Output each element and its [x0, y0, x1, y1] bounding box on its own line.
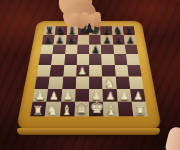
square-b3[interactable]	[48, 76, 63, 88]
square-e8[interactable]: ♚	[89, 26, 100, 35]
square-h5[interactable]	[126, 54, 140, 65]
piece-white-rook-a1[interactable]: ♜	[32, 104, 43, 117]
piece-white-pawn-a2[interactable]: ♟	[35, 91, 45, 102]
piece-white-knight-b1[interactable]: ♞	[46, 103, 58, 116]
piece-white-pawn-h2[interactable]: ♟	[134, 91, 144, 102]
square-f1[interactable]: ♝	[103, 102, 118, 116]
square-d4[interactable]: ♟	[76, 65, 89, 76]
piece-white-king-e1[interactable]: ♚	[89, 100, 104, 116]
piece-black-pawn-f7[interactable]: ♟	[103, 35, 111, 44]
square-g7[interactable]: ♟	[112, 35, 125, 44]
square-f3[interactable]: ♞	[102, 76, 116, 88]
piece-white-rook-h1[interactable]: ♜	[135, 104, 146, 117]
piece-white-queen-d1[interactable]: ♛	[75, 101, 89, 116]
piece-black-bishop-f8[interactable]: ♝	[102, 24, 111, 35]
square-d5[interactable]	[77, 54, 90, 65]
board-front-edge	[17, 128, 160, 135]
piece-white-bishop-f1[interactable]: ♝	[105, 103, 117, 116]
piece-black-pawn-a7[interactable]: ♟	[44, 35, 52, 44]
piece-white-knight-f3[interactable]: ♞	[104, 76, 115, 88]
piece-black-rook-a8[interactable]: ♜	[45, 25, 54, 35]
square-d8[interactable]: ♛	[78, 26, 89, 35]
square-e1[interactable]: ♚	[89, 102, 104, 116]
game-scene: ♜♞♝♛♚♝♞♜♟♟♟♟♟♟♟♟♞♟♟♟♟♟♟♟♜♞♝♛♚♝♜ ♟	[0, 0, 180, 150]
square-f7[interactable]: ♟	[101, 35, 113, 44]
piece-white-pawn-f2[interactable]: ♟	[105, 91, 115, 102]
piece-black-bishop-c8[interactable]: ♝	[67, 24, 76, 35]
square-h6[interactable]	[125, 44, 138, 54]
piece-black-rook-h8[interactable]: ♜	[125, 25, 134, 35]
square-b1[interactable]: ♞	[45, 102, 61, 116]
piece-black-pawn-h7[interactable]: ♟	[126, 35, 134, 44]
square-d7[interactable]	[77, 35, 89, 44]
square-f6[interactable]	[101, 44, 114, 54]
piece-white-pawn-d4[interactable]: ♟	[78, 66, 87, 76]
square-b7[interactable]: ♟	[54, 35, 67, 44]
chess-board: ♜♞♝♛♚♝♞♜♟♟♟♟♟♟♟♟♞♟♟♟♟♟♟♟♜♞♝♛♚♝♜	[16, 21, 162, 130]
board-wooden-frame: ♜♞♝♛♚♝♞♜♟♟♟♟♟♟♟♟♞♟♟♟♟♟♟♟♜♞♝♛♚♝♜	[16, 21, 162, 130]
square-c4[interactable]	[63, 65, 77, 76]
piece-black-pawn-e6[interactable]: ♟	[91, 45, 100, 55]
piece-black-knight-g8[interactable]: ♞	[113, 24, 122, 35]
square-d1[interactable]: ♛	[74, 102, 89, 116]
square-e3[interactable]	[89, 76, 103, 88]
square-c1[interactable]: ♝	[60, 102, 75, 116]
piece-white-pawn-c2[interactable]: ♟	[63, 91, 73, 102]
square-g2[interactable]: ♟	[116, 89, 131, 102]
square-h7[interactable]: ♟	[124, 35, 137, 44]
square-h1[interactable]: ♜	[131, 102, 147, 116]
square-b5[interactable]	[51, 54, 65, 65]
square-e6[interactable]: ♟	[89, 44, 101, 54]
piece-white-bishop-c1[interactable]: ♝	[61, 103, 73, 116]
piece-black-pawn-g7[interactable]: ♟	[115, 35, 123, 44]
square-d6[interactable]	[77, 44, 89, 54]
square-b4[interactable]	[50, 65, 64, 76]
piece-white-pawn-b2[interactable]: ♟	[49, 91, 59, 102]
square-h3[interactable]	[128, 76, 143, 88]
square-f4[interactable]	[102, 65, 116, 76]
square-d3[interactable]	[76, 76, 90, 88]
square-f2[interactable]: ♟	[103, 89, 118, 102]
piece-black-queen-d8[interactable]: ♛	[78, 23, 89, 35]
square-c5[interactable]	[64, 54, 77, 65]
square-c7[interactable]: ♟	[66, 35, 78, 44]
piece-black-pawn-c7[interactable]: ♟	[67, 35, 75, 44]
piece-black-pawn-b7[interactable]: ♟	[56, 35, 64, 44]
square-c3[interactable]	[62, 76, 76, 88]
square-b6[interactable]	[53, 44, 66, 54]
square-c2[interactable]: ♟	[61, 89, 76, 102]
square-h4[interactable]	[127, 65, 141, 76]
square-b2[interactable]: ♟	[47, 89, 62, 102]
piece-white-pawn-g2[interactable]: ♟	[119, 91, 129, 102]
square-a1[interactable]: ♜	[30, 102, 46, 116]
square-h2[interactable]: ♟	[130, 89, 146, 102]
square-c6[interactable]	[65, 44, 78, 54]
board-grid: ♜♞♝♛♚♝♞♜♟♟♟♟♟♟♟♟♞♟♟♟♟♟♟♟♜♞♝♛♚♝♜	[30, 26, 148, 116]
square-f5[interactable]	[101, 54, 114, 65]
square-e5[interactable]	[89, 54, 102, 65]
square-e4[interactable]	[89, 65, 102, 76]
piece-black-knight-b8[interactable]: ♞	[56, 24, 65, 35]
piece-black-king-e8[interactable]: ♚	[89, 22, 100, 35]
